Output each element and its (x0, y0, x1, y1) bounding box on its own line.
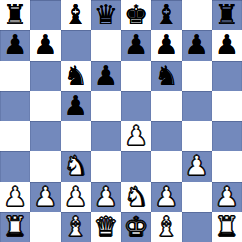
piece-white-pawn[interactable]: ♟ (215, 182, 239, 212)
piece-white-pawn[interactable]: ♟ (124, 121, 148, 151)
square-d8[interactable]: ♛ (91, 0, 121, 30)
piece-white-bishop[interactable]: ♝ (154, 212, 178, 242)
square-e8[interactable]: ♚ (121, 0, 151, 30)
piece-black-pawn[interactable]: ♟ (94, 61, 118, 91)
piece-black-knight[interactable]: ♞ (154, 61, 178, 91)
piece-white-king[interactable]: ♚ (124, 212, 148, 242)
square-d5[interactable] (91, 91, 121, 121)
piece-white-queen[interactable]: ♛ (94, 212, 118, 242)
square-c5[interactable]: ♟ (61, 91, 91, 121)
square-h8[interactable]: ♜ (212, 0, 242, 30)
square-g2[interactable] (182, 182, 212, 212)
piece-black-king[interactable]: ♚ (124, 0, 148, 30)
square-h7[interactable]: ♟ (212, 30, 242, 60)
piece-white-rook[interactable]: ♜ (3, 212, 27, 242)
square-b3[interactable] (30, 151, 60, 181)
square-b6[interactable] (30, 61, 60, 91)
square-a8[interactable]: ♜ (0, 0, 30, 30)
piece-black-rook[interactable]: ♜ (3, 0, 27, 30)
piece-black-queen[interactable]: ♛ (94, 0, 118, 30)
piece-black-pawn[interactable]: ♟ (154, 30, 178, 60)
piece-black-bishop[interactable]: ♝ (154, 0, 178, 30)
piece-black-pawn[interactable]: ♟ (215, 30, 239, 60)
square-h2[interactable]: ♟ (212, 182, 242, 212)
square-c3[interactable]: ♞ (61, 151, 91, 181)
square-c2[interactable]: ♟ (61, 182, 91, 212)
square-d2[interactable]: ♟ (91, 182, 121, 212)
square-b4[interactable] (30, 121, 60, 151)
square-b5[interactable] (30, 91, 60, 121)
square-e3[interactable] (121, 151, 151, 181)
square-g8[interactable] (182, 0, 212, 30)
square-a7[interactable]: ♟ (0, 30, 30, 60)
piece-black-pawn[interactable]: ♟ (3, 30, 27, 60)
square-e7[interactable]: ♟ (121, 30, 151, 60)
chess-board: ♜♝♛♚♝♜♟♟♟♟♟♟♞♟♞♟♟♞♟♟♟♟♟♞♟♟♜♝♛♚♝♜ (0, 0, 242, 242)
square-e1[interactable]: ♚ (121, 212, 151, 242)
square-d1[interactable]: ♛ (91, 212, 121, 242)
square-b7[interactable]: ♟ (30, 30, 60, 60)
square-f5[interactable] (151, 91, 181, 121)
square-g6[interactable] (182, 61, 212, 91)
square-f6[interactable]: ♞ (151, 61, 181, 91)
piece-white-pawn[interactable]: ♟ (185, 151, 209, 181)
square-c1[interactable]: ♝ (61, 212, 91, 242)
square-d7[interactable] (91, 30, 121, 60)
square-f7[interactable]: ♟ (151, 30, 181, 60)
square-a3[interactable] (0, 151, 30, 181)
square-f3[interactable] (151, 151, 181, 181)
square-f1[interactable]: ♝ (151, 212, 181, 242)
square-c6[interactable]: ♞ (61, 61, 91, 91)
square-c4[interactable] (61, 121, 91, 151)
piece-white-pawn[interactable]: ♟ (3, 182, 27, 212)
square-e5[interactable] (121, 91, 151, 121)
square-b8[interactable] (30, 0, 60, 30)
square-g1[interactable] (182, 212, 212, 242)
piece-white-knight[interactable]: ♞ (64, 151, 88, 181)
square-e4[interactable]: ♟ (121, 121, 151, 151)
piece-black-pawn[interactable]: ♟ (124, 30, 148, 60)
square-a2[interactable]: ♟ (0, 182, 30, 212)
piece-black-pawn[interactable]: ♟ (64, 91, 88, 121)
square-h1[interactable]: ♜ (212, 212, 242, 242)
square-h3[interactable] (212, 151, 242, 181)
piece-black-rook[interactable]: ♜ (215, 0, 239, 30)
piece-white-pawn[interactable]: ♟ (64, 182, 88, 212)
square-a6[interactable] (0, 61, 30, 91)
piece-white-bishop[interactable]: ♝ (64, 212, 88, 242)
square-c8[interactable]: ♝ (61, 0, 91, 30)
piece-black-bishop[interactable]: ♝ (64, 0, 88, 30)
piece-white-pawn[interactable]: ♟ (94, 182, 118, 212)
piece-black-knight[interactable]: ♞ (64, 61, 88, 91)
piece-white-knight[interactable]: ♞ (124, 182, 148, 212)
piece-white-pawn[interactable]: ♟ (154, 182, 178, 212)
piece-white-rook[interactable]: ♜ (215, 212, 239, 242)
square-d4[interactable] (91, 121, 121, 151)
piece-black-pawn[interactable]: ♟ (185, 30, 209, 60)
square-h5[interactable] (212, 91, 242, 121)
square-a5[interactable] (0, 91, 30, 121)
square-f8[interactable]: ♝ (151, 0, 181, 30)
square-b1[interactable] (30, 212, 60, 242)
square-d3[interactable] (91, 151, 121, 181)
square-g3[interactable]: ♟ (182, 151, 212, 181)
square-h6[interactable] (212, 61, 242, 91)
square-d6[interactable]: ♟ (91, 61, 121, 91)
square-f2[interactable]: ♟ (151, 182, 181, 212)
square-e2[interactable]: ♞ (121, 182, 151, 212)
square-e6[interactable] (121, 61, 151, 91)
square-c7[interactable] (61, 30, 91, 60)
square-a1[interactable]: ♜ (0, 212, 30, 242)
square-f4[interactable] (151, 121, 181, 151)
square-g5[interactable] (182, 91, 212, 121)
square-a4[interactable] (0, 121, 30, 151)
piece-white-pawn[interactable]: ♟ (33, 182, 57, 212)
square-b2[interactable]: ♟ (30, 182, 60, 212)
piece-black-pawn[interactable]: ♟ (33, 30, 57, 60)
square-g4[interactable] (182, 121, 212, 151)
square-g7[interactable]: ♟ (182, 30, 212, 60)
square-h4[interactable] (212, 121, 242, 151)
